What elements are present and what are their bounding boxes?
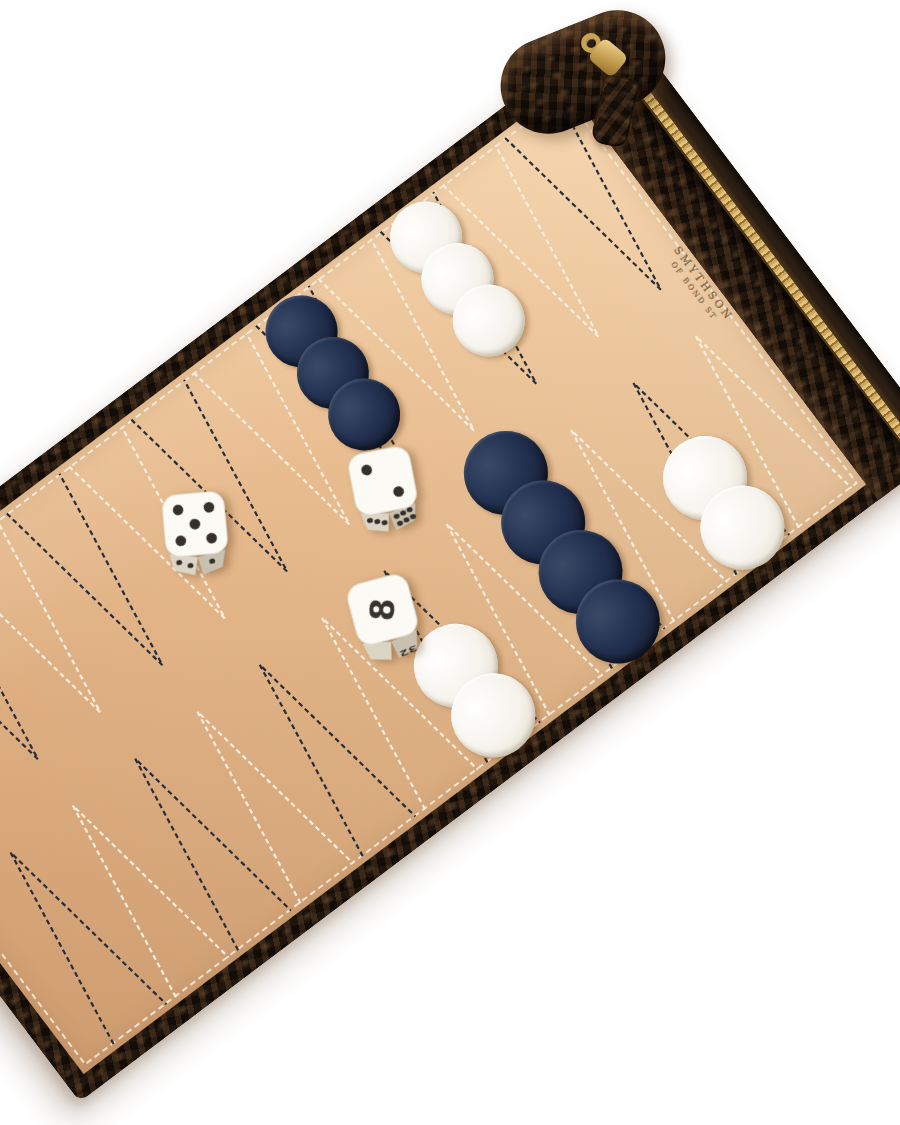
backgammon-mat: SMYTHSON OF BOND ST 832 bbox=[0, 18, 900, 1102]
svg-text:8: 8 bbox=[362, 597, 402, 622]
product-photo: SMYTHSON OF BOND ST 832 bbox=[0, 0, 900, 1125]
